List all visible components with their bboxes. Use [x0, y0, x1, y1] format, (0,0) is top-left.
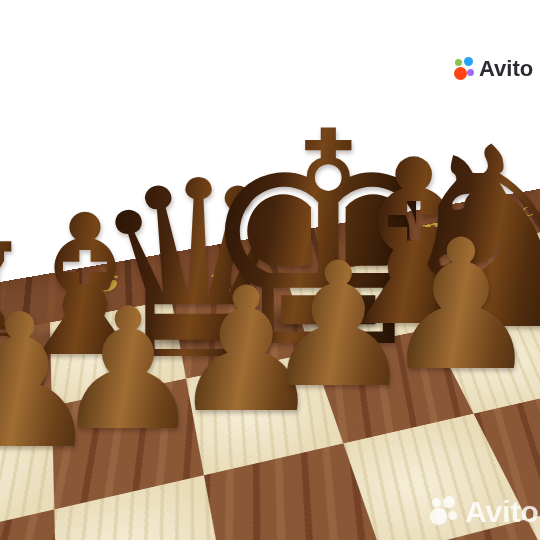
- avito-logo-dots-icon: [430, 496, 460, 528]
- avito-watermark-bottom: Avito: [430, 495, 539, 529]
- product-photo-chess-set: hgfedcba ♜♝♛♚♝♞♟♟♟♟♟ Avito Avito: [0, 0, 540, 540]
- logo-dot: [464, 57, 473, 66]
- logo-dot: [430, 508, 447, 525]
- avito-logo-dots-icon: [454, 57, 474, 81]
- logo-dot: [448, 511, 457, 520]
- logo-dot: [443, 496, 455, 508]
- logo-dot: [455, 59, 462, 66]
- avito-wordmark: Avito: [479, 56, 533, 82]
- chess-piece-pawn: ♟: [351, 216, 540, 396]
- logo-dot: [467, 69, 474, 76]
- avito-watermark-top: Avito: [454, 56, 533, 82]
- logo-dot: [432, 498, 441, 507]
- logo-dot: [454, 67, 467, 80]
- avito-wordmark: Avito: [465, 495, 539, 529]
